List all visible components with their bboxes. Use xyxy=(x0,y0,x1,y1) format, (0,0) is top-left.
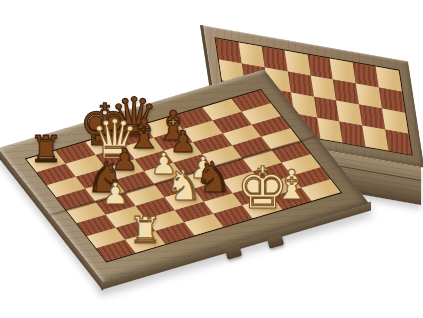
piece-black-rook-a8: ♜ xyxy=(30,131,63,168)
board-clasp-foot xyxy=(225,245,242,260)
piece-white-pawn-b4: ♟ xyxy=(102,179,129,209)
piece-white-king-f1: ♚ xyxy=(236,160,288,218)
board-clasp-foot xyxy=(267,234,284,249)
piece-white-knight-d3: ♞ xyxy=(165,165,203,207)
box-lid-square xyxy=(385,130,411,155)
piece-white-rook-b1: ♜ xyxy=(129,212,162,249)
product-photo-scene: ♛♝♚♝♟♛♜♟♟♟♞♞♝♞♟♚♜ xyxy=(0,0,423,318)
